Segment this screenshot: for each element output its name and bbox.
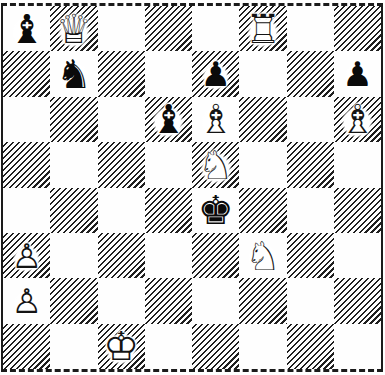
- piece-white-pawn-a2: ♙: [8, 284, 44, 318]
- square-e3[interactable]: [192, 233, 239, 278]
- square-e5[interactable]: ♘: [192, 142, 239, 187]
- square-g6[interactable]: [287, 97, 334, 142]
- square-b1[interactable]: [50, 324, 97, 369]
- square-g8[interactable]: [287, 6, 334, 51]
- piece-white-pawn-a3: ♙: [8, 239, 44, 273]
- square-a8[interactable]: ♝: [3, 6, 50, 51]
- square-d3[interactable]: [145, 233, 192, 278]
- square-a1[interactable]: [3, 324, 50, 369]
- square-g2[interactable]: [287, 278, 334, 323]
- square-e4[interactable]: ♚: [192, 188, 239, 233]
- piece-black-knight-b7: ♞: [53, 54, 95, 94]
- piece-white-knight-e5: ♘: [195, 145, 237, 185]
- square-c1[interactable]: ♔: [98, 324, 145, 369]
- square-g3[interactable]: [287, 233, 334, 278]
- square-h7[interactable]: ♟: [334, 51, 381, 96]
- square-h4[interactable]: [334, 188, 381, 233]
- square-e2[interactable]: [192, 278, 239, 323]
- chessboard: ♝♕♖♞♟♟♝♗♗♘♚♙♘♙♔: [1, 3, 383, 372]
- square-d5[interactable]: [145, 142, 192, 187]
- square-h6[interactable]: ♗: [334, 97, 381, 142]
- square-b7[interactable]: ♞: [50, 51, 97, 96]
- square-g4[interactable]: [287, 188, 334, 233]
- square-g7[interactable]: [287, 51, 334, 96]
- square-d8[interactable]: [145, 6, 192, 51]
- square-f6[interactable]: [239, 97, 286, 142]
- square-a6[interactable]: [3, 97, 50, 142]
- square-e1[interactable]: [192, 324, 239, 369]
- square-f8[interactable]: ♖: [239, 6, 286, 51]
- piece-black-pawn-h7: ♟: [339, 57, 375, 91]
- piece-white-king-c1: ♔: [100, 326, 142, 366]
- square-c6[interactable]: [98, 97, 145, 142]
- square-e8[interactable]: [192, 6, 239, 51]
- square-b8[interactable]: ♕: [50, 6, 97, 51]
- square-h8[interactable]: [334, 6, 381, 51]
- square-a5[interactable]: [3, 142, 50, 187]
- piece-white-rook-f8: ♖: [242, 9, 284, 49]
- square-d7[interactable]: [145, 51, 192, 96]
- square-b2[interactable]: [50, 278, 97, 323]
- square-e7[interactable]: ♟: [192, 51, 239, 96]
- square-a3[interactable]: ♙: [3, 233, 50, 278]
- square-b4[interactable]: [50, 188, 97, 233]
- square-c4[interactable]: [98, 188, 145, 233]
- piece-black-king-e4: ♚: [195, 190, 237, 230]
- square-d2[interactable]: [145, 278, 192, 323]
- square-d1[interactable]: [145, 324, 192, 369]
- square-f7[interactable]: [239, 51, 286, 96]
- square-e6[interactable]: ♗: [192, 97, 239, 142]
- piece-white-queen-b8: ♕: [53, 9, 95, 49]
- square-g5[interactable]: [287, 142, 334, 187]
- piece-white-knight-f3: ♘: [242, 236, 284, 276]
- square-c5[interactable]: [98, 142, 145, 187]
- square-h1[interactable]: [334, 324, 381, 369]
- piece-white-bishop-e6: ♗: [195, 99, 237, 139]
- piece-black-bishop-d6: ♝: [147, 99, 189, 139]
- square-b6[interactable]: [50, 97, 97, 142]
- square-d6[interactable]: ♝: [145, 97, 192, 142]
- square-c2[interactable]: [98, 278, 145, 323]
- square-h2[interactable]: [334, 278, 381, 323]
- square-g1[interactable]: [287, 324, 334, 369]
- square-h3[interactable]: [334, 233, 381, 278]
- square-d4[interactable]: [145, 188, 192, 233]
- square-h5[interactable]: [334, 142, 381, 187]
- piece-white-bishop-h6: ♗: [336, 99, 378, 139]
- piece-black-bishop-a8: ♝: [6, 9, 48, 49]
- square-f5[interactable]: [239, 142, 286, 187]
- square-f1[interactable]: [239, 324, 286, 369]
- square-a4[interactable]: [3, 188, 50, 233]
- square-c7[interactable]: [98, 51, 145, 96]
- square-f2[interactable]: [239, 278, 286, 323]
- square-a7[interactable]: [3, 51, 50, 96]
- square-b3[interactable]: [50, 233, 97, 278]
- square-b5[interactable]: [50, 142, 97, 187]
- piece-black-pawn-e7: ♟: [197, 57, 233, 91]
- chess-diagram: ♝♕♖♞♟♟♝♗♗♘♚♙♘♙♔: [0, 0, 385, 375]
- square-f3[interactable]: ♘: [239, 233, 286, 278]
- square-f4[interactable]: [239, 188, 286, 233]
- square-a2[interactable]: ♙: [3, 278, 50, 323]
- square-c8[interactable]: [98, 6, 145, 51]
- square-c3[interactable]: [98, 233, 145, 278]
